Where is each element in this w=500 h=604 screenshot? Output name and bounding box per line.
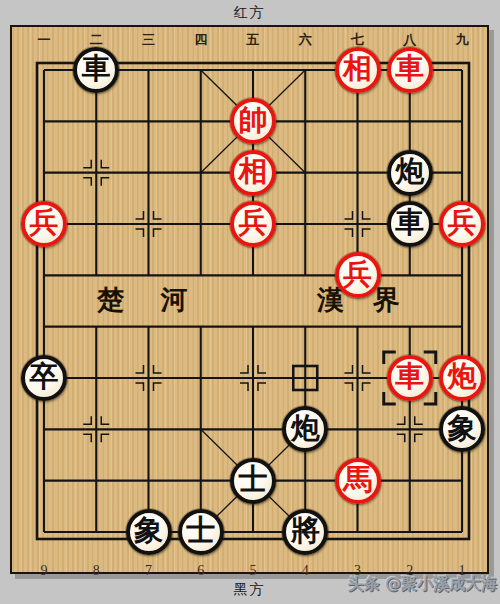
piece-red-chariot[interactable]: 車 xyxy=(387,355,433,401)
piece-red-pawn[interactable]: 兵 xyxy=(230,201,276,247)
xiangqi-app: 红方 一二三四五六七八九 987654321 楚 河 漢 界 車相車帥相炮兵兵車… xyxy=(0,0,500,604)
piece-red-cannon[interactable]: 炮 xyxy=(439,355,485,401)
xiangqi-board[interactable]: 一二三四五六七八九 987654321 楚 河 漢 界 車相車帥相炮兵兵車兵兵卒… xyxy=(10,25,489,574)
piece-black-advisor[interactable]: 士 xyxy=(230,458,276,504)
piece-character: 兵 xyxy=(343,260,372,291)
file-label-bottom: 9 xyxy=(41,564,48,578)
piece-black-advisor[interactable]: 士 xyxy=(178,509,224,555)
piece-grid: 車相車帥相炮兵兵車兵兵卒車炮炮象士馬象士將 xyxy=(18,44,488,557)
piece-red-pawn[interactable]: 兵 xyxy=(21,201,67,247)
piece-red-pawn[interactable]: 兵 xyxy=(335,252,381,298)
piece-character: 帥 xyxy=(239,106,268,137)
piece-character: 卒 xyxy=(30,362,59,393)
file-label-bottom: 5 xyxy=(250,564,257,578)
piece-character: 士 xyxy=(186,516,215,547)
piece-red-pawn[interactable]: 兵 xyxy=(439,201,485,247)
piece-black-chariot[interactable]: 車 xyxy=(73,47,119,93)
piece-character: 車 xyxy=(395,54,424,85)
red-side-label: 红方 xyxy=(10,4,489,22)
watermark: 头条 @聚小溪成大海 xyxy=(347,574,497,595)
piece-red-horse[interactable]: 馬 xyxy=(335,458,381,504)
piece-character: 相 xyxy=(343,54,372,85)
piece-character: 象 xyxy=(134,516,163,547)
piece-character: 車 xyxy=(395,208,424,239)
piece-red-elephant[interactable]: 相 xyxy=(335,47,381,93)
piece-character: 象 xyxy=(448,414,477,445)
piece-red-elephant[interactable]: 相 xyxy=(230,150,276,196)
file-label-bottom: 8 xyxy=(93,564,100,578)
file-label-bottom: 4 xyxy=(302,564,309,578)
piece-character: 車 xyxy=(395,362,424,393)
piece-black-king[interactable]: 將 xyxy=(282,509,328,555)
piece-character: 兵 xyxy=(448,208,477,239)
file-label-bottom: 7 xyxy=(145,564,152,578)
piece-black-elephant[interactable]: 象 xyxy=(126,509,172,555)
piece-character: 將 xyxy=(291,516,320,547)
piece-character: 炮 xyxy=(448,362,477,393)
piece-character: 相 xyxy=(239,157,268,188)
piece-red-chariot[interactable]: 車 xyxy=(387,47,433,93)
piece-red-king[interactable]: 帥 xyxy=(230,98,276,144)
piece-black-cannon[interactable]: 炮 xyxy=(387,150,433,196)
piece-character: 炮 xyxy=(395,157,424,188)
piece-character: 馬 xyxy=(343,465,372,496)
piece-character: 士 xyxy=(239,465,268,496)
piece-character: 炮 xyxy=(291,414,320,445)
piece-black-cannon[interactable]: 炮 xyxy=(282,406,328,452)
piece-character: 兵 xyxy=(30,208,59,239)
piece-black-chariot[interactable]: 車 xyxy=(387,201,433,247)
piece-black-pawn[interactable]: 卒 xyxy=(21,355,67,401)
piece-character: 車 xyxy=(82,54,111,85)
piece-black-elephant[interactable]: 象 xyxy=(439,406,485,452)
file-label-bottom: 6 xyxy=(197,564,204,578)
piece-character: 兵 xyxy=(239,208,268,239)
